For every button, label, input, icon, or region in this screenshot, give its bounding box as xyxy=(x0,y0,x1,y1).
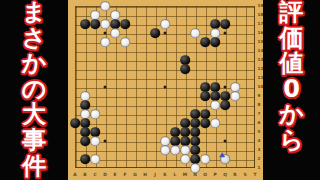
board-intersection-L4[interactable] xyxy=(170,137,180,146)
right-caption-banner: 評価値0から xyxy=(263,0,320,180)
coord-col-M: M xyxy=(183,172,187,177)
board-intersection-D19[interactable] xyxy=(100,2,110,11)
white-stone xyxy=(230,91,240,101)
black-stone xyxy=(220,100,230,110)
white-stone xyxy=(100,19,110,29)
white-stone xyxy=(90,136,100,146)
black-stone xyxy=(210,37,220,47)
board-intersection-O2[interactable] xyxy=(200,155,210,164)
white-stone xyxy=(180,154,190,164)
board-intersection-E17[interactable] xyxy=(110,20,120,29)
white-stone xyxy=(170,145,180,155)
board-intersection-F15[interactable] xyxy=(120,38,130,47)
white-stone xyxy=(210,118,220,128)
left-caption-char: 大 xyxy=(22,102,46,128)
board-intersection-F17[interactable] xyxy=(120,20,130,29)
white-stone xyxy=(160,145,170,155)
board-intersection-K4[interactable] xyxy=(160,137,170,146)
left-caption-char: の xyxy=(22,77,47,103)
black-stone xyxy=(200,37,210,47)
coord-col-O: O xyxy=(203,172,207,177)
coord-row-9: 9 xyxy=(258,94,261,99)
board-intersection-N5[interactable] xyxy=(190,128,200,137)
black-stone xyxy=(80,19,90,29)
board-intersection-E16[interactable] xyxy=(110,29,120,38)
coord-col-P: P xyxy=(213,172,216,177)
white-stone xyxy=(90,154,100,164)
black-stone xyxy=(220,19,230,29)
board-intersection-K17[interactable] xyxy=(160,20,170,29)
board-intersection-O9[interactable] xyxy=(200,92,210,101)
board-intersection-D17[interactable] xyxy=(100,20,110,29)
board-intersection-O6[interactable] xyxy=(200,119,210,128)
board-intersection-C7[interactable] xyxy=(90,110,100,119)
white-stone xyxy=(100,37,110,47)
left-caption-char: ま xyxy=(22,0,47,26)
board-intersection-C2[interactable] xyxy=(90,155,100,164)
black-stone xyxy=(90,19,100,29)
board-intersection-N2[interactable] xyxy=(190,155,200,164)
coord-col-H: H xyxy=(143,172,147,177)
coord-col-F: F xyxy=(124,172,127,177)
board-intersection-R9[interactable] xyxy=(230,92,240,101)
board-intersection-B8[interactable] xyxy=(80,101,90,110)
board-intersection-P15[interactable] xyxy=(210,38,220,47)
board-intersection-P6[interactable] xyxy=(210,119,220,128)
right-caption-char: 0 xyxy=(283,77,300,103)
last-move-triangle-marker xyxy=(219,152,225,157)
white-stone-last-move xyxy=(220,154,230,164)
black-stone xyxy=(120,19,130,29)
black-stone xyxy=(80,154,90,164)
coord-row-4: 4 xyxy=(258,139,261,144)
white-stone xyxy=(110,28,120,38)
board-intersection-M12[interactable] xyxy=(180,65,190,74)
black-stone xyxy=(200,118,210,128)
coord-col-K: K xyxy=(163,172,166,177)
coord-row-5: 5 xyxy=(258,130,261,135)
board-intersection-Q8[interactable] xyxy=(220,101,230,110)
black-stone xyxy=(150,28,160,38)
board-intersection-M13[interactable] xyxy=(180,56,190,65)
right-caption-char: 値 xyxy=(280,51,304,77)
black-stone xyxy=(80,136,90,146)
coord-col-R: R xyxy=(233,172,236,177)
coord-col-N: N xyxy=(193,172,197,177)
coord-col-C: C xyxy=(93,172,96,177)
white-stone xyxy=(90,109,100,119)
board-intersection-N6[interactable] xyxy=(190,119,200,128)
board-intersection-Q17[interactable] xyxy=(220,20,230,29)
white-stone xyxy=(200,154,210,164)
board-intersection-C18[interactable] xyxy=(90,11,100,20)
board-intersection-Q9[interactable] xyxy=(220,92,230,101)
white-stone xyxy=(160,19,170,29)
board-intersection-C17[interactable] xyxy=(90,20,100,29)
black-stone xyxy=(200,91,210,101)
white-stone xyxy=(100,1,110,11)
right-caption-char: か xyxy=(279,102,304,128)
coord-row-7: 7 xyxy=(258,112,261,117)
black-stone xyxy=(70,118,80,128)
coord-col-J: J xyxy=(154,172,156,177)
white-stone xyxy=(120,37,130,47)
coord-col-B: B xyxy=(83,172,86,177)
board-intersection-B5[interactable] xyxy=(80,128,90,137)
coord-col-L: L xyxy=(174,172,177,177)
board-intersection-A6[interactable] xyxy=(70,119,80,128)
board-intersection-P16[interactable] xyxy=(210,29,220,38)
board-intersection-C4[interactable] xyxy=(90,137,100,146)
board-intersection-P8[interactable] xyxy=(210,101,220,110)
left-caption-char: 事 xyxy=(22,128,46,154)
board-intersection-O15[interactable] xyxy=(200,38,210,47)
thumbnail-stage: ABCDEFGHJKLMNOPQRST191817161514131211109… xyxy=(0,0,320,180)
board-intersection-L3[interactable] xyxy=(170,146,180,155)
board-intersection-M3[interactable] xyxy=(180,146,190,155)
coord-col-Q: Q xyxy=(223,172,227,177)
board-intersection-E18[interactable] xyxy=(110,11,120,20)
board-intersection-M6[interactable] xyxy=(180,119,190,128)
black-stone xyxy=(180,64,190,74)
white-stone xyxy=(190,28,200,38)
board-intersection-M5[interactable] xyxy=(180,128,190,137)
board-intersection-M2[interactable] xyxy=(180,155,190,164)
coord-row-3: 3 xyxy=(258,148,261,153)
board-intersection-N16[interactable] xyxy=(190,29,200,38)
board-intersection-N3[interactable] xyxy=(190,146,200,155)
go-board[interactable]: ABCDEFGHJKLMNOPQRST191817161514131211109… xyxy=(68,0,263,180)
board-intersection-L5[interactable] xyxy=(170,128,180,137)
board-intersection-J16[interactable] xyxy=(150,29,160,38)
stones-layer xyxy=(70,2,260,173)
board-intersection-Q2[interactable] xyxy=(220,155,230,164)
left-caption-char: か xyxy=(22,51,47,77)
coord-col-D: D xyxy=(103,172,107,177)
board-intersection-N4[interactable] xyxy=(190,137,200,146)
board-intersection-B2[interactable] xyxy=(80,155,90,164)
coord-col-S: S xyxy=(243,172,246,177)
board-intersection-P17[interactable] xyxy=(210,20,220,29)
board-intersection-C5[interactable] xyxy=(90,128,100,137)
board-intersection-B6[interactable] xyxy=(80,119,90,128)
left-caption-char: さ xyxy=(22,26,47,52)
coord-col-T: T xyxy=(254,172,257,177)
coord-row-2: 2 xyxy=(258,157,261,162)
board-intersection-B7[interactable] xyxy=(80,110,90,119)
coord-col-E: E xyxy=(114,172,117,177)
board-intersection-D15[interactable] xyxy=(100,38,110,47)
board-intersection-R10[interactable] xyxy=(230,83,240,92)
left-caption-char: 件 xyxy=(22,154,46,180)
board-intersection-N7[interactable] xyxy=(190,110,200,119)
board-intersection-O10[interactable] xyxy=(200,83,210,92)
board-intersection-P9[interactable] xyxy=(210,92,220,101)
board-intersection-K3[interactable] xyxy=(160,146,170,155)
right-caption-char: ら xyxy=(279,128,304,154)
board-intersection-B4[interactable] xyxy=(80,137,90,146)
right-caption-char: 価 xyxy=(280,26,304,52)
coord-row-8: 8 xyxy=(258,103,261,108)
board-intersection-B17[interactable] xyxy=(80,20,90,29)
board-intersection-O7[interactable] xyxy=(200,110,210,119)
board-intersection-P10[interactable] xyxy=(210,83,220,92)
coord-col-G: G xyxy=(133,172,137,177)
board-intersection-M4[interactable] xyxy=(180,137,190,146)
coord-row-1: 1 xyxy=(258,166,261,171)
right-caption-char: 評 xyxy=(280,0,304,26)
coord-row-6: 6 xyxy=(258,121,261,126)
left-caption-banner: まさかの大事件 xyxy=(0,0,68,180)
coord-col-A: A xyxy=(73,172,76,177)
board-intersection-B9[interactable] xyxy=(80,92,90,101)
white-stone xyxy=(210,100,220,110)
